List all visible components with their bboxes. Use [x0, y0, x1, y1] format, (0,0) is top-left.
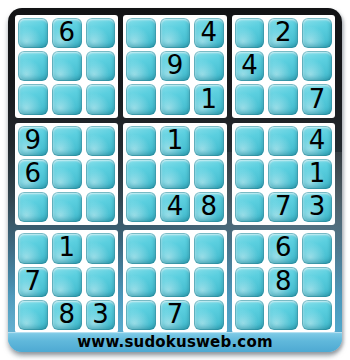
given-digit: 8	[200, 193, 217, 219]
given-digit: 7	[309, 86, 326, 112]
sudoku-box-r2c1: 96	[15, 123, 118, 226]
sudoku-box-r1c3: 247	[232, 15, 335, 118]
cell-r7c6[interactable]	[194, 233, 224, 263]
given-digit: 7	[25, 268, 42, 294]
cell-r2c2[interactable]	[52, 51, 82, 81]
cell-r3c6[interactable]: 1	[194, 84, 224, 114]
given-digit: 9	[167, 52, 184, 78]
cell-r6c5[interactable]: 4	[160, 192, 190, 222]
cell-r5c2[interactable]	[52, 159, 82, 189]
cell-r9c9[interactable]	[302, 300, 332, 330]
sudoku-box-r2c2: 148	[123, 123, 226, 226]
cell-r4c6[interactable]	[194, 126, 224, 156]
cell-r9c8[interactable]	[268, 300, 298, 330]
cell-r4c8[interactable]	[268, 126, 298, 156]
cell-r7c5[interactable]	[160, 233, 190, 263]
sudoku-box-r3c2: 7	[123, 230, 226, 333]
cell-r4c4[interactable]	[126, 126, 156, 156]
cell-r9c1[interactable]	[18, 300, 48, 330]
cell-r1c1[interactable]	[18, 18, 48, 48]
cell-r6c2[interactable]	[52, 192, 82, 222]
cell-r8c3[interactable]	[86, 267, 116, 297]
cell-r9c5[interactable]: 7	[160, 300, 190, 330]
cell-r5c4[interactable]	[126, 159, 156, 189]
cell-r1c4[interactable]	[126, 18, 156, 48]
cell-r6c4[interactable]	[126, 192, 156, 222]
cell-r6c3[interactable]	[86, 192, 116, 222]
cell-r2c5[interactable]: 9	[160, 51, 190, 81]
cell-r2c3[interactable]	[86, 51, 116, 81]
cell-r4c3[interactable]	[86, 126, 116, 156]
cell-r6c9[interactable]: 3	[302, 192, 332, 222]
cell-r5c9[interactable]: 1	[302, 159, 332, 189]
cell-r5c6[interactable]	[194, 159, 224, 189]
cell-r1c2[interactable]: 6	[52, 18, 82, 48]
cell-r9c7[interactable]	[235, 300, 265, 330]
cell-r8c4[interactable]	[126, 267, 156, 297]
cell-r9c6[interactable]	[194, 300, 224, 330]
cell-r8c7[interactable]	[235, 267, 265, 297]
cell-r6c7[interactable]	[235, 192, 265, 222]
cell-r2c9[interactable]	[302, 51, 332, 81]
cell-r5c5[interactable]	[160, 159, 190, 189]
given-digit: 6	[275, 234, 292, 260]
cell-r4c1[interactable]: 9	[18, 126, 48, 156]
cell-r8c1[interactable]: 7	[18, 267, 48, 297]
cell-r4c5[interactable]: 1	[160, 126, 190, 156]
given-digit: 9	[25, 127, 42, 153]
given-digit: 4	[241, 52, 258, 78]
sudoku-box-r1c1: 6	[15, 15, 118, 118]
cell-r7c8[interactable]: 6	[268, 233, 298, 263]
cell-r2c8[interactable]	[268, 51, 298, 81]
cell-r7c3[interactable]	[86, 233, 116, 263]
cell-r8c9[interactable]	[302, 267, 332, 297]
cell-r1c7[interactable]	[235, 18, 265, 48]
cell-r4c9[interactable]: 4	[302, 126, 332, 156]
given-digit: 1	[200, 86, 217, 112]
cell-r6c6[interactable]: 8	[194, 192, 224, 222]
cell-r7c4[interactable]	[126, 233, 156, 263]
given-digit: 4	[167, 193, 184, 219]
given-digit: 6	[25, 160, 42, 186]
cell-r2c6[interactable]	[194, 51, 224, 81]
given-digit: 3	[92, 301, 109, 327]
cell-r5c3[interactable]	[86, 159, 116, 189]
cell-r1c6[interactable]: 4	[194, 18, 224, 48]
cell-r1c9[interactable]	[302, 18, 332, 48]
sudoku-box-r2c3: 4173	[232, 123, 335, 226]
footer-band: www.sudokusweb.com	[8, 332, 342, 352]
cell-r6c8[interactable]: 7	[268, 192, 298, 222]
site-url: www.sudokusweb.com	[77, 335, 272, 350]
cell-r8c6[interactable]	[194, 267, 224, 297]
cell-r5c1[interactable]: 6	[18, 159, 48, 189]
given-digit: 8	[275, 268, 292, 294]
sudoku-box-r3c3: 68	[232, 230, 335, 333]
cell-r2c4[interactable]	[126, 51, 156, 81]
cell-r8c2[interactable]	[52, 267, 82, 297]
cell-r3c9[interactable]: 7	[302, 84, 332, 114]
cell-r3c7[interactable]	[235, 84, 265, 114]
sudoku-grid: 6 491 247 96 148 4173 1783 7 68	[15, 15, 335, 333]
cell-r7c7[interactable]	[235, 233, 265, 263]
cell-r3c3[interactable]	[86, 84, 116, 114]
sudoku-box-r1c2: 491	[123, 15, 226, 118]
given-digit: 3	[309, 193, 326, 219]
cell-r7c1[interactable]	[18, 233, 48, 263]
cell-r9c3[interactable]: 3	[86, 300, 116, 330]
cell-r3c5[interactable]	[160, 84, 190, 114]
cell-r4c7[interactable]	[235, 126, 265, 156]
cell-r3c4[interactable]	[126, 84, 156, 114]
given-digit: 4	[309, 127, 326, 153]
given-digit: 7	[167, 301, 184, 327]
cell-r5c8[interactable]	[268, 159, 298, 189]
cell-r2c7[interactable]: 4	[235, 51, 265, 81]
cell-r1c8[interactable]: 2	[268, 18, 298, 48]
given-digit: 1	[309, 160, 326, 186]
given-digit: 1	[167, 127, 184, 153]
cell-r3c8[interactable]	[268, 84, 298, 114]
cell-r9c4[interactable]	[126, 300, 156, 330]
cell-r3c1[interactable]	[18, 84, 48, 114]
cell-r7c9[interactable]	[302, 233, 332, 263]
given-digit: 7	[275, 193, 292, 219]
given-digit: 6	[58, 19, 75, 45]
cell-r8c5[interactable]	[160, 267, 190, 297]
given-digit: 1	[58, 234, 75, 260]
sudoku-box-r3c1: 1783	[15, 230, 118, 333]
given-digit: 4	[200, 19, 217, 45]
cell-r6c1[interactable]	[18, 192, 48, 222]
given-digit: 8	[58, 301, 75, 327]
cell-r1c5[interactable]	[160, 18, 190, 48]
cell-r3c2[interactable]	[52, 84, 82, 114]
cell-r5c7[interactable]	[235, 159, 265, 189]
cell-r4c2[interactable]	[52, 126, 82, 156]
cell-r8c8[interactable]: 8	[268, 267, 298, 297]
sudoku-board-frame: 6 491 247 96 148 4173 1783 7 68 www.sudo…	[8, 8, 342, 352]
cell-r1c3[interactable]	[86, 18, 116, 48]
cell-r7c2[interactable]: 1	[52, 233, 82, 263]
cell-r9c2[interactable]: 8	[52, 300, 82, 330]
given-digit: 2	[275, 19, 292, 45]
cell-r2c1[interactable]	[18, 51, 48, 81]
